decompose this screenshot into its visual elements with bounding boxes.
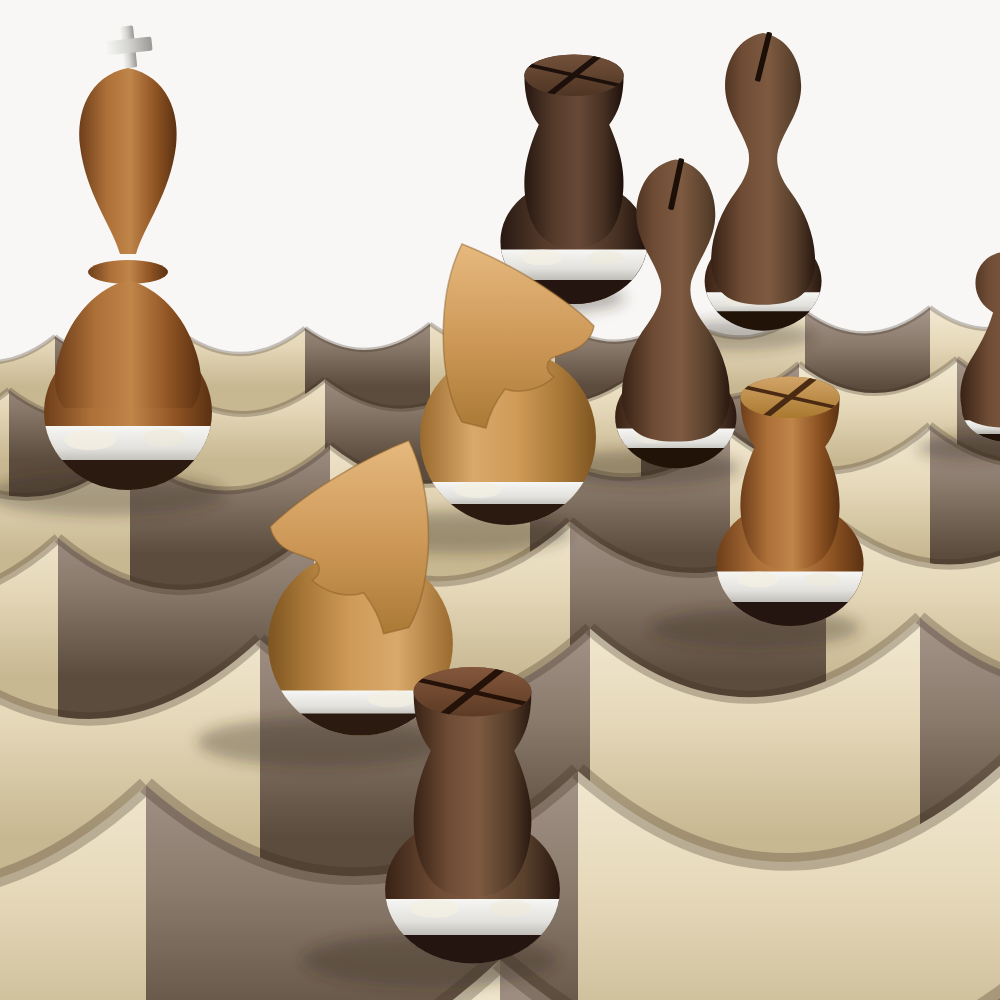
pieces-layer <box>0 0 1000 1000</box>
light-rook[interactable] <box>716 376 863 626</box>
dark-bishop-rear[interactable] <box>705 32 822 331</box>
king-cross-finial <box>102 24 154 71</box>
dark-pawn-edge[interactable] <box>960 252 1000 442</box>
dark-rook-back[interactable] <box>500 54 647 304</box>
dark-bishop-front[interactable] <box>615 158 736 469</box>
light-king[interactable] <box>44 24 212 491</box>
scene: Wobble-style designer chess set: turned … <box>0 0 1000 1000</box>
shadow-pawn <box>917 436 1000 460</box>
